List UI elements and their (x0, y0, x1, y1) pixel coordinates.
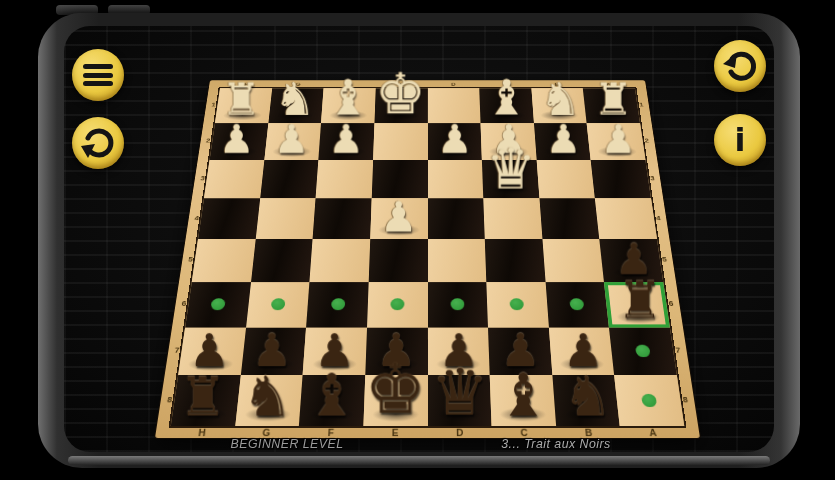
piece-bN-g8[interactable]: ♞ (242, 369, 292, 425)
square-e8[interactable]: ♚ (363, 375, 427, 426)
square-g5[interactable] (251, 239, 313, 282)
square-e2[interactable] (373, 123, 427, 160)
square-g2[interactable]: ♟ (264, 123, 321, 160)
square-c3[interactable]: ♛ (482, 160, 539, 199)
piece-wK-e1[interactable]: ♚ (376, 65, 427, 122)
rank-label: 6 (178, 300, 190, 308)
rank-label: 5 (659, 256, 671, 264)
piece-wQ-c3[interactable]: ♛ (486, 141, 536, 197)
file-label-top: B (552, 82, 562, 87)
square-d5[interactable] (428, 239, 487, 282)
square-d8[interactable]: ♛ (428, 375, 492, 426)
square-f4[interactable] (313, 198, 372, 239)
phone-bottom-edge (68, 456, 770, 465)
menu-button[interactable] (72, 49, 124, 101)
piece-bQ-d8[interactable]: ♛ (431, 360, 489, 424)
file-label: H (195, 428, 208, 438)
legal-move-dot[interactable] (510, 298, 525, 310)
piece-wP-e4[interactable]: ♟ (380, 196, 417, 238)
square-e1[interactable]: ♚ (374, 88, 427, 123)
game-screen: ♜♞♝♚♝♞♜♟♟♟♟♟♟♟♛♟♟♜♟♟♟♟♟♟♟♜♞♝♚♛♝♞ 1122334… (64, 26, 774, 452)
rank-label: 1 (208, 102, 219, 108)
square-a7[interactable] (609, 327, 677, 375)
square-d4[interactable] (428, 198, 485, 239)
rank-label: 5 (185, 256, 197, 264)
square-d6[interactable] (428, 282, 489, 327)
file-label: E (389, 428, 401, 438)
chess-board: ♜♞♝♚♝♞♜♟♟♟♟♟♟♟♛♟♟♜♟♟♟♟♟♟♟♜♞♝♚♛♝♞ 1122334… (155, 80, 700, 438)
square-f3[interactable] (316, 160, 373, 199)
square-f6[interactable] (306, 282, 368, 327)
legal-move-dot[interactable] (450, 298, 464, 310)
piece-wP-a2[interactable]: ♟ (600, 119, 635, 159)
square-g3[interactable] (260, 160, 319, 199)
piece-wP-d2[interactable]: ♟ (437, 119, 472, 159)
legal-move-dot[interactable] (331, 298, 346, 310)
move-indicator: 3... Trait aux Noirs (501, 436, 610, 451)
rank-label: 8 (679, 395, 692, 404)
square-g4[interactable] (255, 198, 315, 239)
file-label-top: G (293, 82, 303, 87)
square-h6[interactable] (185, 282, 251, 327)
rank-label: 7 (672, 346, 685, 354)
file-label-top: E (397, 82, 407, 87)
rank-label: 8 (163, 395, 176, 404)
info-button[interactable]: i (714, 114, 766, 166)
legal-move-dot[interactable] (391, 298, 405, 310)
square-e6[interactable] (367, 282, 428, 327)
restart-icon (80, 125, 116, 161)
piece-bR-h8[interactable]: ♜ (179, 371, 227, 425)
piece-bB-c8[interactable]: ♝ (497, 366, 549, 425)
level-label: BEGINNER LEVEL (230, 436, 343, 451)
board-grid: ♜♞♝♚♝♞♜♟♟♟♟♟♟♟♛♟♟♜♟♟♟♟♟♟♟♜♞♝♚♛♝♞ (171, 88, 684, 426)
square-h2[interactable]: ♟ (210, 123, 268, 160)
piece-bR-a6[interactable]: ♜ (617, 275, 662, 326)
square-h3[interactable] (204, 160, 264, 199)
square-c8[interactable]: ♝ (490, 375, 556, 426)
hamburger-icon (83, 64, 113, 86)
file-label-top: A (603, 82, 613, 87)
rank-label: 1 (636, 102, 647, 108)
square-a3[interactable] (591, 160, 651, 199)
square-c4[interactable] (483, 198, 542, 239)
piece-wP-b2[interactable]: ♟ (546, 119, 581, 159)
square-b8[interactable]: ♞ (552, 375, 620, 426)
square-f2[interactable]: ♟ (319, 123, 375, 160)
app-stage: ♜♞♝♚♝♞♜♟♟♟♟♟♟♟♛♟♟♜♟♟♟♟♟♟♟♜♞♝♚♛♝♞ 1122334… (0, 0, 835, 480)
rank-label: 4 (191, 214, 203, 221)
piece-wP-h2[interactable]: ♟ (219, 119, 254, 159)
file-label-top: D (449, 82, 459, 87)
rank-label: 6 (665, 300, 677, 308)
square-f8[interactable]: ♝ (299, 375, 365, 426)
piece-bK-e8[interactable]: ♚ (365, 356, 426, 424)
restart-button[interactable] (72, 117, 124, 169)
piece-wP-g2[interactable]: ♟ (274, 119, 309, 159)
file-label-top: H (241, 82, 251, 87)
undo-button[interactable] (714, 40, 766, 92)
square-f5[interactable] (310, 239, 370, 282)
square-d2[interactable]: ♟ (428, 123, 482, 160)
square-a2[interactable]: ♟ (587, 123, 645, 160)
square-b3[interactable] (536, 160, 595, 199)
square-c5[interactable] (485, 239, 545, 282)
square-e5[interactable] (369, 239, 428, 282)
square-b4[interactable] (539, 198, 599, 239)
legal-move-dot[interactable] (641, 394, 657, 407)
board-wood-border: ♜♞♝♚♝♞♜♟♟♟♟♟♟♟♛♟♟♜♟♟♟♟♟♟♟♜♞♝♚♛♝♞ 1122334… (155, 80, 700, 438)
square-a4[interactable] (595, 198, 657, 239)
square-h4[interactable] (198, 198, 260, 239)
file-label: A (646, 428, 659, 438)
square-c6[interactable] (486, 282, 548, 327)
rank-label: 2 (641, 137, 652, 143)
piece-bB-f8[interactable]: ♝ (305, 366, 357, 425)
legal-move-dot[interactable] (211, 298, 226, 310)
legal-move-dot[interactable] (569, 298, 584, 310)
square-a6[interactable]: ♜ (604, 282, 670, 327)
piece-wP-f2[interactable]: ♟ (328, 119, 363, 159)
rank-label: 2 (203, 137, 214, 143)
rank-label: 4 (652, 214, 664, 221)
legal-move-dot[interactable] (635, 345, 651, 358)
square-h5[interactable] (192, 239, 256, 282)
square-b6[interactable] (545, 282, 609, 327)
file-label: D (454, 428, 466, 438)
rank-label: 7 (171, 346, 184, 354)
legal-move-dot[interactable] (271, 298, 286, 310)
square-b2[interactable]: ♟ (534, 123, 591, 160)
square-h8[interactable]: ♜ (171, 375, 241, 426)
square-b5[interactable] (542, 239, 604, 282)
square-a8[interactable] (615, 375, 685, 426)
square-g8[interactable]: ♞ (235, 375, 303, 426)
rank-label: 3 (197, 175, 208, 182)
piece-bN-b8[interactable]: ♞ (563, 369, 613, 425)
file-label-top: F (345, 82, 355, 87)
square-g6[interactable] (246, 282, 310, 327)
square-e4[interactable]: ♟ (370, 198, 427, 239)
undo-icon (722, 48, 758, 84)
square-d3[interactable] (428, 160, 484, 199)
file-label-top: C (500, 82, 510, 87)
info-icon: i (735, 124, 746, 156)
rank-label: 3 (647, 175, 658, 182)
